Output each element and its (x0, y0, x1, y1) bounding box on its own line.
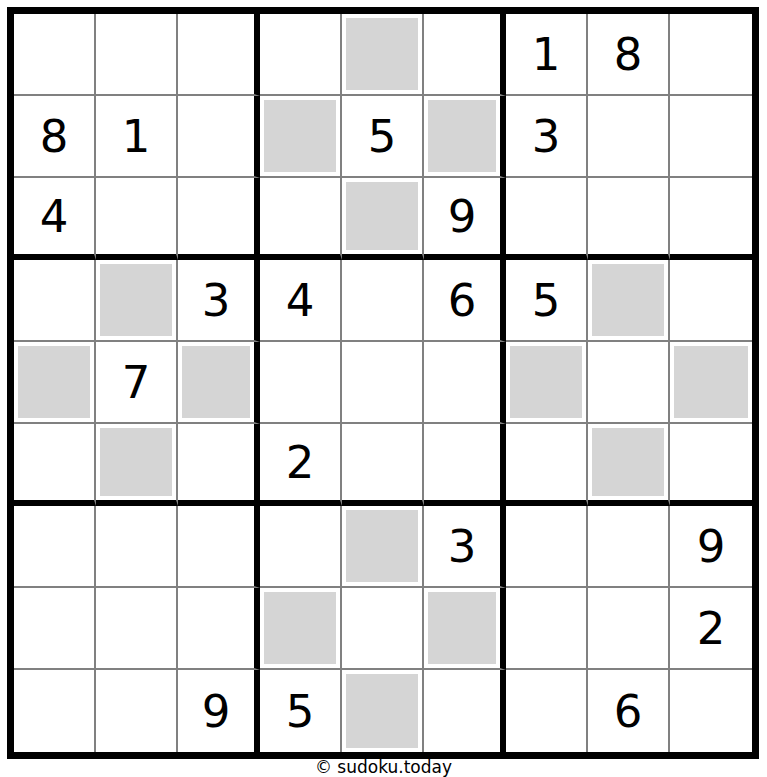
given-digit: 3 (202, 278, 231, 323)
cell-r8c9[interactable]: 2 (670, 588, 752, 670)
cell-r1c5[interactable] (342, 14, 424, 96)
cell-r9c3[interactable]: 9 (178, 670, 260, 752)
cell-r7c9[interactable]: 9 (670, 506, 752, 588)
cell-r3c5[interactable] (342, 178, 424, 260)
cell-r2c7[interactable]: 3 (506, 96, 588, 178)
shaded-cell-marker (592, 428, 664, 496)
given-digit: 6 (448, 278, 477, 323)
cell-r2c2[interactable]: 1 (96, 96, 178, 178)
given-digit: 9 (202, 689, 231, 734)
cell-r6c2[interactable] (96, 424, 178, 506)
shaded-cell-marker (346, 510, 418, 582)
cell-r9c8[interactable]: 6 (588, 670, 670, 752)
cell-r6c1[interactable] (14, 424, 96, 506)
shaded-cell-marker (100, 428, 172, 496)
sudoku-board: 18815349346572392956 (7, 7, 759, 759)
given-digit: 8 (614, 32, 643, 77)
shaded-cell-marker (182, 346, 250, 418)
cell-r2c6[interactable] (424, 96, 506, 178)
cell-r5c4[interactable] (260, 342, 342, 424)
cell-r4c2[interactable] (96, 260, 178, 342)
cell-r8c4[interactable] (260, 588, 342, 670)
cell-r9c4[interactable]: 5 (260, 670, 342, 752)
cell-r3c4[interactable] (260, 178, 342, 260)
cell-r6c4[interactable]: 2 (260, 424, 342, 506)
cell-r2c5[interactable]: 5 (342, 96, 424, 178)
cell-r5c2[interactable]: 7 (96, 342, 178, 424)
given-digit: 4 (286, 278, 315, 323)
cell-r8c1[interactable] (14, 588, 96, 670)
cell-r1c6[interactable] (424, 14, 506, 96)
cell-r4c7[interactable]: 5 (506, 260, 588, 342)
cell-r8c8[interactable] (588, 588, 670, 670)
cell-r5c9[interactable] (670, 342, 752, 424)
cell-r6c3[interactable] (178, 424, 260, 506)
cell-r3c8[interactable] (588, 178, 670, 260)
cell-r5c8[interactable] (588, 342, 670, 424)
cell-r5c3[interactable] (178, 342, 260, 424)
shaded-cell-marker (428, 592, 496, 664)
cell-r7c4[interactable] (260, 506, 342, 588)
footer-credit: © sudoku.today (0, 758, 767, 777)
cell-r3c3[interactable] (178, 178, 260, 260)
cell-r7c5[interactable] (342, 506, 424, 588)
cell-r7c8[interactable] (588, 506, 670, 588)
cell-r9c2[interactable] (96, 670, 178, 752)
sudoku-page: 18815349346572392956 © sudoku.today (0, 0, 767, 777)
cell-r7c1[interactable] (14, 506, 96, 588)
cell-r1c3[interactable] (178, 14, 260, 96)
cell-r9c5[interactable] (342, 670, 424, 752)
shaded-cell-marker (264, 100, 336, 172)
cell-r9c9[interactable] (670, 670, 752, 752)
cell-r6c7[interactable] (506, 424, 588, 506)
shaded-cell-marker (346, 674, 418, 748)
cell-r1c8[interactable]: 8 (588, 14, 670, 96)
cell-r3c7[interactable] (506, 178, 588, 260)
cell-r6c6[interactable] (424, 424, 506, 506)
cell-r2c8[interactable] (588, 96, 670, 178)
shaded-cell-marker (428, 100, 496, 172)
cell-r4c5[interactable] (342, 260, 424, 342)
cell-r5c6[interactable] (424, 342, 506, 424)
shaded-cell-marker (100, 264, 172, 336)
cell-r3c1[interactable]: 4 (14, 178, 96, 260)
cell-r5c1[interactable] (14, 342, 96, 424)
cell-r2c4[interactable] (260, 96, 342, 178)
cell-r8c6[interactable] (424, 588, 506, 670)
cell-r8c5[interactable] (342, 588, 424, 670)
cell-r1c1[interactable] (14, 14, 96, 96)
shaded-cell-marker (674, 346, 748, 418)
shaded-cell-marker (346, 182, 418, 250)
given-digit: 3 (532, 114, 561, 159)
cell-r8c2[interactable] (96, 588, 178, 670)
given-digit: 9 (448, 194, 477, 239)
cell-r3c6[interactable]: 9 (424, 178, 506, 260)
given-digit: 9 (697, 524, 726, 569)
cell-r7c7[interactable] (506, 506, 588, 588)
given-digit: 1 (532, 32, 561, 77)
cell-r5c7[interactable] (506, 342, 588, 424)
shaded-cell-marker (346, 18, 418, 90)
given-digit: 8 (40, 114, 69, 159)
cell-r1c4[interactable] (260, 14, 342, 96)
shaded-cell-marker (510, 346, 582, 418)
given-digit: 7 (122, 360, 151, 405)
cell-r3c9[interactable] (670, 178, 752, 260)
cell-r1c2[interactable] (96, 14, 178, 96)
given-digit: 5 (368, 114, 397, 159)
cell-r1c7[interactable]: 1 (506, 14, 588, 96)
given-digit: 5 (286, 689, 315, 734)
cell-r5c5[interactable] (342, 342, 424, 424)
given-digit: 1 (122, 114, 151, 159)
cell-r4c6[interactable]: 6 (424, 260, 506, 342)
given-digit: 3 (448, 524, 477, 569)
cell-r9c6[interactable] (424, 670, 506, 752)
cell-r4c9[interactable] (670, 260, 752, 342)
cell-r7c6[interactable]: 3 (424, 506, 506, 588)
cell-r4c4[interactable]: 4 (260, 260, 342, 342)
cell-r1c9[interactable] (670, 14, 752, 96)
cell-r4c8[interactable] (588, 260, 670, 342)
cell-r7c2[interactable] (96, 506, 178, 588)
given-digit: 5 (532, 278, 561, 323)
cell-r9c1[interactable] (14, 670, 96, 752)
cell-r8c7[interactable] (506, 588, 588, 670)
shaded-cell-marker (592, 264, 664, 336)
cell-r6c8[interactable] (588, 424, 670, 506)
given-digit: 4 (40, 194, 69, 239)
cell-r2c3[interactable] (178, 96, 260, 178)
cell-r2c9[interactable] (670, 96, 752, 178)
given-digit: 2 (697, 606, 726, 651)
cell-r7c3[interactable] (178, 506, 260, 588)
cell-r4c1[interactable] (14, 260, 96, 342)
shaded-cell-marker (264, 592, 336, 664)
given-digit: 6 (614, 689, 643, 734)
cell-r3c2[interactable] (96, 178, 178, 260)
cell-r6c9[interactable] (670, 424, 752, 506)
cell-r2c1[interactable]: 8 (14, 96, 96, 178)
given-digit: 2 (286, 440, 315, 485)
cell-r6c5[interactable] (342, 424, 424, 506)
shaded-cell-marker (18, 346, 90, 418)
cell-r8c3[interactable] (178, 588, 260, 670)
cell-r9c7[interactable] (506, 670, 588, 752)
cell-r4c3[interactable]: 3 (178, 260, 260, 342)
